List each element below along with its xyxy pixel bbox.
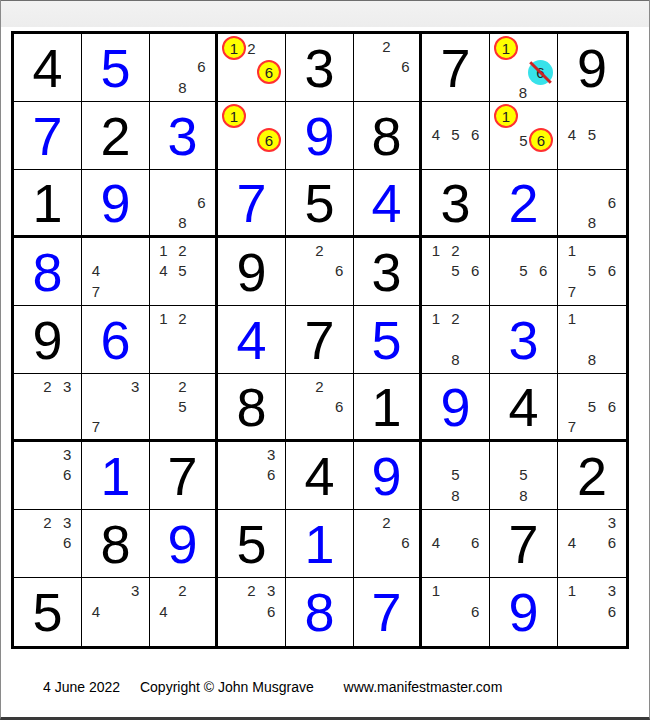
cell-r5c9[interactable]: 18 bbox=[558, 306, 626, 374]
solved-digit: 1 bbox=[100, 449, 130, 503]
solved-digit: 5 bbox=[100, 41, 130, 95]
candidate: 2 bbox=[38, 376, 58, 396]
candidate: 5 bbox=[582, 125, 602, 146]
candidate-grid: 136 bbox=[562, 580, 622, 643]
cell-r8c4[interactable]: 5 bbox=[218, 510, 286, 578]
given-digit: 5 bbox=[236, 517, 266, 571]
cell-r4c2[interactable]: 47 bbox=[82, 238, 150, 306]
candidate: 8 bbox=[446, 485, 466, 506]
candidate: 1 bbox=[426, 240, 446, 261]
candidate: 5 bbox=[518, 128, 529, 152]
cell-r3c6[interactable]: 4 bbox=[354, 170, 422, 238]
candidate: 8 bbox=[173, 212, 192, 232]
cell-r1c8[interactable]: 168 bbox=[490, 34, 558, 102]
cell-r8c3[interactable]: 9 bbox=[150, 510, 218, 578]
given-digit: 5 bbox=[32, 585, 62, 639]
candidate: 8 bbox=[173, 77, 192, 98]
cell-r1c4[interactable]: 126 bbox=[218, 34, 286, 102]
candidate-grid: 1245 bbox=[154, 240, 211, 302]
candidate: 2 bbox=[446, 240, 466, 261]
cell-r6c7[interactable]: 9 bbox=[422, 374, 490, 442]
given-digit: 3 bbox=[304, 41, 334, 95]
candidate: 2 bbox=[377, 512, 396, 533]
candidate-highlighted-yellow: 1 bbox=[494, 36, 518, 60]
candidate: 6 bbox=[192, 57, 211, 78]
given-digit: 3 bbox=[371, 245, 401, 299]
cell-r8c5[interactable]: 1 bbox=[286, 510, 354, 578]
given-digit: 8 bbox=[236, 380, 266, 434]
cell-r7c4[interactable]: 36 bbox=[218, 442, 286, 510]
candidate-grid: 56 bbox=[494, 240, 553, 302]
candidate-grid: 346 bbox=[562, 512, 622, 574]
cell-r5c8[interactable]: 3 bbox=[490, 306, 558, 374]
candidate-highlighted-yellow: 6 bbox=[529, 128, 553, 152]
candidate-grid: 58 bbox=[494, 444, 553, 506]
solved-digit: 7 bbox=[371, 585, 401, 639]
footer-date: 4 June 2022 bbox=[43, 679, 120, 695]
candidate-highlighted-yellow: 1 bbox=[222, 104, 246, 128]
candidate-grid: 23 bbox=[18, 376, 77, 436]
cell-r9c3[interactable]: 24 bbox=[150, 578, 218, 646]
given-digit: 9 bbox=[236, 245, 266, 299]
given-digit: 8 bbox=[371, 109, 401, 163]
candidate: 4 bbox=[154, 261, 173, 282]
cell-r1c7[interactable]: 7 bbox=[422, 34, 490, 102]
cell-r5c1[interactable]: 9 bbox=[14, 306, 82, 374]
candidate: 2 bbox=[173, 308, 192, 329]
given-digit: 4 bbox=[508, 380, 538, 434]
candidate: 6 bbox=[602, 192, 622, 212]
candidate: 4 bbox=[426, 533, 446, 554]
candidate: 5 bbox=[514, 261, 534, 282]
candidate: 2 bbox=[38, 512, 58, 533]
candidate: 6 bbox=[396, 533, 415, 554]
solved-digit: 4 bbox=[371, 176, 401, 230]
candidate: 7 bbox=[562, 416, 582, 436]
cell-r9c6[interactable]: 7 bbox=[354, 578, 422, 646]
candidate-grid: 46 bbox=[426, 512, 485, 574]
cell-r3c9[interactable]: 68 bbox=[558, 170, 626, 238]
candidate-grid: 126 bbox=[222, 36, 281, 98]
cell-r4c9[interactable]: 1567 bbox=[558, 238, 626, 306]
solved-digit: 7 bbox=[32, 109, 62, 163]
cell-r2c1[interactable]: 7 bbox=[14, 102, 82, 170]
candidate: 2 bbox=[310, 240, 330, 261]
candidate: 1 bbox=[562, 308, 582, 329]
candidate-grid: 36 bbox=[18, 444, 77, 506]
cell-r1c6[interactable]: 26 bbox=[354, 34, 422, 102]
cell-r7c9[interactable]: 2 bbox=[558, 442, 626, 510]
cell-r9c7[interactable]: 16 bbox=[422, 578, 490, 646]
candidate: 5 bbox=[514, 465, 534, 486]
candidate: 1 bbox=[562, 580, 582, 601]
cell-r5c5[interactable]: 7 bbox=[286, 306, 354, 374]
cell-r6c9[interactable]: 567 bbox=[558, 374, 626, 442]
cell-r7c8[interactable]: 58 bbox=[490, 442, 558, 510]
candidate-grid: 156 bbox=[494, 104, 553, 166]
solved-digit: 5 bbox=[371, 313, 401, 367]
candidate-grid: 1256 bbox=[426, 240, 485, 302]
cell-r2c5[interactable]: 9 bbox=[286, 102, 354, 170]
candidate-grid: 68 bbox=[154, 36, 211, 98]
candidate: 4 bbox=[154, 601, 173, 622]
cell-r3c7[interactable]: 3 bbox=[422, 170, 490, 238]
cell-r2c9[interactable]: 45 bbox=[558, 102, 626, 170]
candidate: 1 bbox=[154, 308, 173, 329]
cell-r2c7[interactable]: 456 bbox=[422, 102, 490, 170]
cell-r5c6[interactable]: 5 bbox=[354, 306, 422, 374]
candidate: 3 bbox=[125, 580, 145, 601]
candidate-grid: 68 bbox=[562, 172, 622, 232]
cell-r4c4[interactable]: 9 bbox=[218, 238, 286, 306]
cell-r4c5[interactable]: 26 bbox=[286, 238, 354, 306]
cell-r6c8[interactable]: 4 bbox=[490, 374, 558, 442]
solved-digit: 1 bbox=[304, 517, 334, 571]
given-digit: 7 bbox=[508, 517, 538, 571]
candidate: 6 bbox=[465, 125, 485, 146]
cell-r8c2[interactable]: 8 bbox=[82, 510, 150, 578]
candidate: 2 bbox=[377, 36, 396, 57]
cell-r1c5[interactable]: 3 bbox=[286, 34, 354, 102]
candidate-grid: 168 bbox=[494, 36, 553, 98]
cell-r7c5[interactable]: 4 bbox=[286, 442, 354, 510]
candidate: 6 bbox=[57, 533, 77, 554]
candidate-highlighted-yellow: 6 bbox=[257, 128, 281, 152]
candidate-grid: 24 bbox=[154, 580, 211, 643]
sudoku-board: 4568126326716897231698456156451968754326… bbox=[11, 31, 629, 649]
given-digit: 7 bbox=[440, 41, 470, 95]
candidate: 3 bbox=[261, 580, 281, 601]
cell-r7c6[interactable]: 9 bbox=[354, 442, 422, 510]
cell-r2c4[interactable]: 16 bbox=[218, 102, 286, 170]
cell-r2c8[interactable]: 156 bbox=[490, 102, 558, 170]
cell-r3c4[interactable]: 7 bbox=[218, 170, 286, 238]
candidate: 4 bbox=[426, 125, 446, 146]
candidate: 8 bbox=[446, 349, 466, 370]
cell-r7c1[interactable]: 36 bbox=[14, 442, 82, 510]
cell-r3c8[interactable]: 2 bbox=[490, 170, 558, 238]
candidate: 5 bbox=[446, 465, 466, 486]
cell-r8c9[interactable]: 346 bbox=[558, 510, 626, 578]
candidate: 2 bbox=[173, 580, 192, 601]
solved-digit: 2 bbox=[508, 176, 538, 230]
candidate: 5 bbox=[173, 396, 192, 416]
candidate: 2 bbox=[173, 376, 192, 396]
solved-digit: 6 bbox=[100, 313, 130, 367]
cell-r1c1[interactable]: 4 bbox=[14, 34, 82, 102]
candidate: 8 bbox=[582, 212, 602, 232]
candidate: 4 bbox=[562, 125, 582, 146]
candidate: 6 bbox=[57, 465, 77, 486]
footer-site: www.manifestmaster.com bbox=[344, 679, 503, 695]
candidate-grid: 25 bbox=[154, 376, 211, 436]
cell-r2c3[interactable]: 3 bbox=[150, 102, 218, 170]
candidate: 4 bbox=[86, 261, 106, 282]
cell-r2c6[interactable]: 8 bbox=[354, 102, 422, 170]
candidate: 1 bbox=[562, 240, 582, 261]
cell-r5c3[interactable]: 12 bbox=[150, 306, 218, 374]
candidate-grid: 68 bbox=[154, 172, 211, 232]
cell-r3c3[interactable]: 68 bbox=[150, 170, 218, 238]
cell-r9c9[interactable]: 136 bbox=[558, 578, 626, 646]
given-digit: 1 bbox=[371, 380, 401, 434]
candidate-grid: 34 bbox=[86, 580, 145, 643]
cell-r3c5[interactable]: 5 bbox=[286, 170, 354, 238]
page: 4568126326716897231698456156451968754326… bbox=[0, 0, 650, 720]
given-digit: 4 bbox=[304, 449, 334, 503]
candidate-grid: 456 bbox=[426, 104, 485, 166]
candidate: 6 bbox=[329, 396, 349, 416]
cell-r7c3[interactable]: 7 bbox=[150, 442, 218, 510]
candidate-grid: 18 bbox=[562, 308, 622, 370]
cell-r7c7[interactable]: 58 bbox=[422, 442, 490, 510]
candidate-grid: 12 bbox=[154, 308, 211, 370]
candidate: 6 bbox=[602, 533, 622, 554]
candidate: 2 bbox=[310, 376, 330, 396]
cell-r6c1[interactable]: 23 bbox=[14, 374, 82, 442]
given-digit: 4 bbox=[32, 41, 62, 95]
solved-digit: 8 bbox=[304, 585, 334, 639]
candidate: 3 bbox=[602, 512, 622, 533]
cell-r4c7[interactable]: 1256 bbox=[422, 238, 490, 306]
cell-r8c1[interactable]: 236 bbox=[14, 510, 82, 578]
cell-r9c2[interactable]: 34 bbox=[82, 578, 150, 646]
cell-r1c9[interactable]: 9 bbox=[558, 34, 626, 102]
given-digit: 7 bbox=[167, 449, 197, 503]
candidate: 5 bbox=[582, 396, 602, 416]
candidate-highlighted-yellow: 1 bbox=[222, 36, 246, 60]
cell-r4c6[interactable]: 3 bbox=[354, 238, 422, 306]
candidate: 1 bbox=[154, 240, 173, 261]
candidate-grid: 236 bbox=[18, 512, 77, 574]
solved-digit: 9 bbox=[440, 380, 470, 434]
candidate-grid: 45 bbox=[562, 104, 622, 166]
candidate: 4 bbox=[86, 601, 106, 622]
candidate: 4 bbox=[562, 533, 582, 554]
candidate: 6 bbox=[533, 261, 553, 282]
candidate-grid: 47 bbox=[86, 240, 145, 302]
cell-r9c4[interactable]: 236 bbox=[218, 578, 286, 646]
cell-r9c5[interactable]: 8 bbox=[286, 578, 354, 646]
candidate-grid: 26 bbox=[358, 36, 415, 98]
candidate: 3 bbox=[261, 444, 281, 465]
candidate: 3 bbox=[57, 444, 77, 465]
cell-r9c1[interactable]: 5 bbox=[14, 578, 82, 646]
cell-r3c1[interactable]: 1 bbox=[14, 170, 82, 238]
candidate-highlighted-yellow: 1 bbox=[494, 104, 518, 128]
cell-r4c3[interactable]: 1245 bbox=[150, 238, 218, 306]
cell-r7c2[interactable]: 1 bbox=[82, 442, 150, 510]
solved-digit: 9 bbox=[100, 176, 130, 230]
given-digit: 9 bbox=[577, 41, 607, 95]
cell-r6c2[interactable]: 37 bbox=[82, 374, 150, 442]
candidate: 2 bbox=[173, 240, 192, 261]
solved-digit: 8 bbox=[32, 245, 62, 299]
solved-digit: 3 bbox=[508, 313, 538, 367]
candidate-grid: 236 bbox=[222, 580, 281, 643]
cell-r6c6[interactable]: 1 bbox=[354, 374, 422, 442]
candidate: 7 bbox=[86, 281, 106, 302]
solved-digit: 9 bbox=[508, 585, 538, 639]
cell-r9c8[interactable]: 9 bbox=[490, 578, 558, 646]
candidate: 6 bbox=[261, 465, 281, 486]
cell-r1c3[interactable]: 68 bbox=[150, 34, 218, 102]
cell-r1c2[interactable]: 5 bbox=[82, 34, 150, 102]
candidate: 7 bbox=[562, 281, 582, 302]
candidate-grid: 16 bbox=[426, 580, 485, 643]
candidate-grid: 1567 bbox=[562, 240, 622, 302]
cell-r5c4[interactable]: 4 bbox=[218, 306, 286, 374]
solved-digit: 4 bbox=[236, 313, 266, 367]
candidate-grid: 567 bbox=[562, 376, 622, 436]
candidate-grid: 37 bbox=[86, 376, 145, 436]
candidate: 6 bbox=[261, 601, 281, 622]
cell-r6c3[interactable]: 25 bbox=[150, 374, 218, 442]
candidate-grid: 16 bbox=[222, 104, 281, 166]
candidate: 3 bbox=[57, 376, 77, 396]
given-digit: 5 bbox=[304, 176, 334, 230]
candidate: 6 bbox=[192, 192, 211, 212]
cell-r5c2[interactable]: 6 bbox=[82, 306, 150, 374]
candidate: 5 bbox=[446, 261, 466, 282]
candidate: 8 bbox=[582, 349, 602, 370]
cell-r5c7[interactable]: 128 bbox=[422, 306, 490, 374]
candidate-grid: 26 bbox=[290, 376, 349, 436]
candidate: 2 bbox=[246, 36, 257, 60]
candidate: 6 bbox=[602, 601, 622, 622]
candidate-eliminated-cyan: 6 bbox=[528, 60, 553, 85]
cell-r8c6[interactable]: 26 bbox=[354, 510, 422, 578]
candidate: 8 bbox=[514, 485, 534, 506]
header-bar bbox=[1, 0, 649, 27]
candidate: 6 bbox=[329, 261, 349, 282]
cell-r4c8[interactable]: 56 bbox=[490, 238, 558, 306]
candidate: 1 bbox=[426, 308, 446, 329]
candidate: 3 bbox=[57, 512, 77, 533]
solved-digit: 9 bbox=[167, 517, 197, 571]
candidate-grid: 36 bbox=[222, 444, 281, 506]
cell-r2c2[interactable]: 2 bbox=[82, 102, 150, 170]
candidate: 5 bbox=[446, 125, 466, 146]
candidate: 6 bbox=[465, 261, 485, 282]
candidate: 3 bbox=[125, 376, 145, 396]
given-digit: 1 bbox=[32, 176, 62, 230]
solved-digit: 9 bbox=[371, 449, 401, 503]
candidate: 7 bbox=[86, 416, 106, 436]
cell-r4c1[interactable]: 8 bbox=[14, 238, 82, 306]
candidate: 3 bbox=[602, 580, 622, 601]
candidate: 2 bbox=[446, 308, 466, 329]
candidate: 1 bbox=[426, 580, 446, 601]
candidate-grid: 26 bbox=[358, 512, 415, 574]
given-digit: 8 bbox=[100, 517, 130, 571]
candidate: 5 bbox=[173, 261, 192, 282]
given-digit: 9 bbox=[32, 313, 62, 367]
cell-r8c8[interactable]: 7 bbox=[490, 510, 558, 578]
candidate: 8 bbox=[518, 85, 528, 100]
candidate: 6 bbox=[465, 601, 485, 622]
footer-copyright: Copyright © John Musgrave bbox=[140, 679, 314, 695]
cell-r8c7[interactable]: 46 bbox=[422, 510, 490, 578]
candidate-grid: 58 bbox=[426, 444, 485, 506]
candidate-grid: 128 bbox=[426, 308, 485, 370]
candidate-grid: 26 bbox=[290, 240, 349, 302]
given-digit: 2 bbox=[100, 109, 130, 163]
candidate: 6 bbox=[602, 261, 622, 282]
candidate: 6 bbox=[602, 396, 622, 416]
candidate: 6 bbox=[396, 57, 415, 78]
solved-digit: 9 bbox=[304, 109, 334, 163]
candidate: 6 bbox=[465, 533, 485, 554]
given-digit: 2 bbox=[577, 449, 607, 503]
cell-r6c5[interactable]: 26 bbox=[286, 374, 354, 442]
cell-r3c2[interactable]: 9 bbox=[82, 170, 150, 238]
cell-r6c4[interactable]: 8 bbox=[218, 374, 286, 442]
candidate: 5 bbox=[582, 261, 602, 282]
solved-digit: 3 bbox=[167, 109, 197, 163]
given-digit: 7 bbox=[304, 313, 334, 367]
given-digit: 3 bbox=[440, 176, 470, 230]
footer: 4 June 2022 Copyright © John Musgrave ww… bbox=[43, 679, 502, 695]
candidate: 2 bbox=[242, 580, 262, 601]
solved-digit: 7 bbox=[236, 176, 266, 230]
candidate-highlighted-yellow: 6 bbox=[257, 60, 281, 84]
